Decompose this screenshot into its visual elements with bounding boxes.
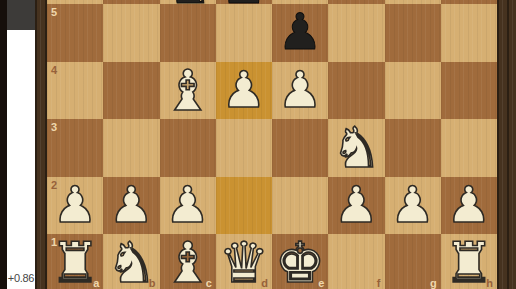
piece-white-bishop-c1[interactable]: ♝: [160, 234, 216, 289]
chess-board: ♞♟5♟4♝♟♟3♞2♟♟♟♟♟♟1a♜b♞c♝d♛e♚fgh♜: [47, 0, 497, 289]
board-frame-right: [497, 0, 516, 289]
square-e3[interactable]: [272, 119, 328, 177]
square-h2[interactable]: ♟: [441, 177, 497, 235]
piece-white-rook-h1[interactable]: ♜: [441, 234, 497, 289]
square-b5[interactable]: [103, 4, 159, 62]
rank-label-4: 4: [51, 65, 57, 76]
square-b4[interactable]: [103, 62, 159, 120]
square-a5[interactable]: 5: [47, 4, 103, 62]
square-e1[interactable]: e♚: [272, 234, 328, 289]
piece-white-pawn-d4[interactable]: ♟: [216, 62, 272, 120]
square-f5[interactable]: [328, 4, 384, 62]
square-h4[interactable]: [441, 62, 497, 120]
square-a2[interactable]: 2♟: [47, 177, 103, 235]
square-d2[interactable]: [216, 177, 272, 235]
square-a3[interactable]: 3: [47, 119, 103, 177]
piece-white-pawn-g2[interactable]: ♟: [385, 177, 441, 235]
piece-white-pawn-h2[interactable]: ♟: [441, 177, 497, 235]
evaluation-bar: +0.86: [7, 0, 35, 289]
square-c4[interactable]: ♝: [160, 62, 216, 120]
square-a4[interactable]: 4: [47, 62, 103, 120]
square-g3[interactable]: [385, 119, 441, 177]
piece-black-pawn-e5[interactable]: ♟: [272, 4, 328, 62]
file-label-g: g: [430, 278, 437, 289]
square-h5[interactable]: [441, 4, 497, 62]
square-g5[interactable]: [385, 4, 441, 62]
square-f3[interactable]: ♞: [328, 119, 384, 177]
square-c1[interactable]: c♝: [160, 234, 216, 289]
square-a1[interactable]: 1a♜: [47, 234, 103, 289]
square-e4[interactable]: ♟: [272, 62, 328, 120]
evaluation-score: +0.86: [7, 272, 35, 284]
square-d1[interactable]: d♛: [216, 234, 272, 289]
piece-white-pawn-e4[interactable]: ♟: [272, 62, 328, 120]
piece-white-pawn-a2[interactable]: ♟: [47, 177, 103, 235]
square-e2[interactable]: [272, 177, 328, 235]
rank-label-3: 3: [51, 122, 57, 133]
board-frame-left: [35, 0, 47, 289]
piece-white-king-e1[interactable]: ♚: [272, 234, 328, 289]
square-c5[interactable]: [160, 4, 216, 62]
square-f2[interactable]: ♟: [328, 177, 384, 235]
square-f1[interactable]: f: [328, 234, 384, 289]
file-label-f: f: [377, 278, 381, 289]
rank-label-5: 5: [51, 7, 57, 18]
square-d4[interactable]: ♟: [216, 62, 272, 120]
square-b1[interactable]: b♞: [103, 234, 159, 289]
square-d5[interactable]: [216, 4, 272, 62]
square-c2[interactable]: ♟: [160, 177, 216, 235]
square-d3[interactable]: [216, 119, 272, 177]
square-h1[interactable]: h♜: [441, 234, 497, 289]
evaluation-bar-black-segment: [7, 0, 35, 30]
piece-white-bishop-c4[interactable]: ♝: [160, 62, 216, 120]
square-g4[interactable]: [385, 62, 441, 120]
square-b2[interactable]: ♟: [103, 177, 159, 235]
square-f4[interactable]: [328, 62, 384, 120]
piece-white-pawn-b2[interactable]: ♟: [103, 177, 159, 235]
piece-white-pawn-c2[interactable]: ♟: [160, 177, 216, 235]
square-g2[interactable]: ♟: [385, 177, 441, 235]
square-h3[interactable]: [441, 119, 497, 177]
square-e5[interactable]: ♟: [272, 4, 328, 62]
piece-white-queen-d1[interactable]: ♛: [216, 234, 272, 289]
square-g1[interactable]: g: [385, 234, 441, 289]
piece-white-knight-f3[interactable]: ♞: [328, 119, 384, 177]
piece-white-knight-b1[interactable]: ♞: [103, 234, 159, 289]
piece-white-rook-a1[interactable]: ♜: [47, 234, 103, 289]
square-c3[interactable]: [160, 119, 216, 177]
square-b3[interactable]: [103, 119, 159, 177]
piece-white-pawn-f2[interactable]: ♟: [328, 177, 384, 235]
